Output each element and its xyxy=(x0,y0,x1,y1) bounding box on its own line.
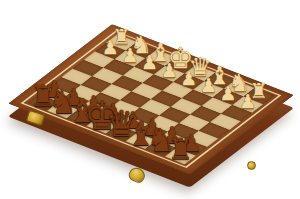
chess-set-photo: ♜♞♝♚♛♝♞♜♟♟♟♟♟♟♟♟♟♟♟♟♟♟♟♟♜♞♝♚♛♝♞♜ xyxy=(0,0,300,199)
chess-board xyxy=(8,24,294,175)
brass-hinge-dot xyxy=(247,161,256,170)
